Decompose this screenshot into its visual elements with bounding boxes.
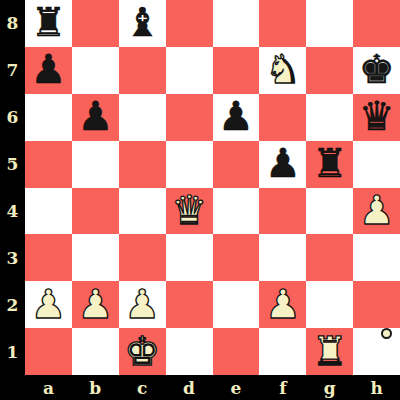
square-e1[interactable]	[213, 328, 260, 375]
file-label-b: b	[72, 375, 119, 400]
piece-black-bishop[interactable]: ♝	[124, 2, 160, 42]
square-d2[interactable]	[166, 281, 213, 328]
piece-black-queen[interactable]: ♛	[359, 96, 395, 136]
piece-black-rook[interactable]: ♜	[312, 143, 348, 183]
square-a6[interactable]	[25, 94, 72, 141]
square-h2[interactable]	[353, 281, 400, 328]
square-b7[interactable]	[72, 47, 119, 94]
square-g3[interactable]	[306, 234, 353, 281]
chess-board-frame: 87654321 ♜♝♟♞♚♟♟♛♟♜♛♟♟♟♟♟♚♜ abcdefgh	[0, 0, 400, 400]
rank-label-7: 7	[0, 47, 25, 94]
square-a1[interactable]	[25, 328, 72, 375]
square-c6[interactable]	[119, 94, 166, 141]
square-h6[interactable]: ♛	[353, 94, 400, 141]
chess-board: ♜♝♟♞♚♟♟♛♟♜♛♟♟♟♟♟♚♜	[25, 0, 400, 375]
square-d6[interactable]	[166, 94, 213, 141]
square-f3[interactable]	[259, 234, 306, 281]
square-h8[interactable]	[353, 0, 400, 47]
file-label-d: d	[166, 375, 213, 400]
square-b3[interactable]	[72, 234, 119, 281]
piece-white-pawn[interactable]: ♟	[77, 284, 113, 324]
rank-label-8: 8	[0, 0, 25, 47]
square-f1[interactable]	[259, 328, 306, 375]
piece-white-rook[interactable]: ♜	[312, 331, 348, 371]
square-a5[interactable]	[25, 141, 72, 188]
square-c8[interactable]: ♝	[119, 0, 166, 47]
square-e3[interactable]	[213, 234, 260, 281]
square-d1[interactable]	[166, 328, 213, 375]
square-g8[interactable]	[306, 0, 353, 47]
piece-black-pawn[interactable]: ♟	[265, 143, 301, 183]
square-d5[interactable]	[166, 141, 213, 188]
piece-white-pawn[interactable]: ♟	[31, 284, 67, 324]
square-g7[interactable]	[306, 47, 353, 94]
square-g1[interactable]: ♜	[306, 328, 353, 375]
square-e7[interactable]	[213, 47, 260, 94]
square-e2[interactable]	[213, 281, 260, 328]
piece-black-pawn[interactable]: ♟	[218, 96, 254, 136]
square-g6[interactable]	[306, 94, 353, 141]
square-h3[interactable]	[353, 234, 400, 281]
rank-label-5: 5	[0, 141, 25, 188]
square-h4[interactable]: ♟	[353, 188, 400, 235]
square-e6[interactable]: ♟	[213, 94, 260, 141]
file-label-f: f	[259, 375, 306, 400]
piece-black-rook[interactable]: ♜	[31, 2, 67, 42]
square-g5[interactable]: ♜	[306, 141, 353, 188]
square-c5[interactable]	[119, 141, 166, 188]
square-c7[interactable]	[119, 47, 166, 94]
piece-black-king[interactable]: ♚	[359, 49, 395, 89]
square-b5[interactable]	[72, 141, 119, 188]
square-a4[interactable]	[25, 188, 72, 235]
square-f5[interactable]: ♟	[259, 141, 306, 188]
square-a3[interactable]	[25, 234, 72, 281]
rank-label-6: 6	[0, 94, 25, 141]
file-label-e: e	[213, 375, 260, 400]
square-c3[interactable]	[119, 234, 166, 281]
rank-label-3: 3	[0, 234, 25, 281]
square-g4[interactable]	[306, 188, 353, 235]
move-marker-circle	[381, 328, 392, 339]
file-label-a: a	[25, 375, 72, 400]
file-label-h: h	[353, 375, 400, 400]
file-label-c: c	[119, 375, 166, 400]
rank-labels: 87654321	[0, 0, 25, 375]
square-h5[interactable]	[353, 141, 400, 188]
square-d7[interactable]	[166, 47, 213, 94]
square-d3[interactable]	[166, 234, 213, 281]
square-f2[interactable]: ♟	[259, 281, 306, 328]
piece-white-pawn[interactable]: ♟	[265, 284, 301, 324]
square-b8[interactable]	[72, 0, 119, 47]
file-label-g: g	[306, 375, 353, 400]
square-b1[interactable]	[72, 328, 119, 375]
piece-white-pawn[interactable]: ♟	[359, 190, 395, 230]
piece-black-pawn[interactable]: ♟	[31, 49, 67, 89]
square-e4[interactable]	[213, 188, 260, 235]
square-e5[interactable]	[213, 141, 260, 188]
square-f4[interactable]	[259, 188, 306, 235]
square-a7[interactable]: ♟	[25, 47, 72, 94]
square-b4[interactable]	[72, 188, 119, 235]
square-g2[interactable]	[306, 281, 353, 328]
square-a2[interactable]: ♟	[25, 281, 72, 328]
square-d4[interactable]: ♛	[166, 188, 213, 235]
rank-label-1: 1	[0, 328, 25, 375]
square-a8[interactable]: ♜	[25, 0, 72, 47]
square-e8[interactable]	[213, 0, 260, 47]
square-c4[interactable]	[119, 188, 166, 235]
square-f6[interactable]	[259, 94, 306, 141]
rank-label-4: 4	[0, 188, 25, 235]
piece-white-knight[interactable]: ♞	[265, 49, 301, 89]
square-f7[interactable]: ♞	[259, 47, 306, 94]
square-h1[interactable]	[353, 328, 400, 375]
square-c1[interactable]: ♚	[119, 328, 166, 375]
square-f8[interactable]	[259, 0, 306, 47]
piece-white-pawn[interactable]: ♟	[124, 284, 160, 324]
piece-white-queen[interactable]: ♛	[171, 190, 207, 230]
square-d8[interactable]	[166, 0, 213, 47]
square-h7[interactable]: ♚	[353, 47, 400, 94]
piece-white-king[interactable]: ♚	[124, 331, 160, 371]
square-c2[interactable]: ♟	[119, 281, 166, 328]
rank-label-2: 2	[0, 281, 25, 328]
square-b2[interactable]: ♟	[72, 281, 119, 328]
square-b6[interactable]: ♟	[72, 94, 119, 141]
file-labels: abcdefgh	[25, 375, 400, 400]
piece-black-pawn[interactable]: ♟	[77, 96, 113, 136]
